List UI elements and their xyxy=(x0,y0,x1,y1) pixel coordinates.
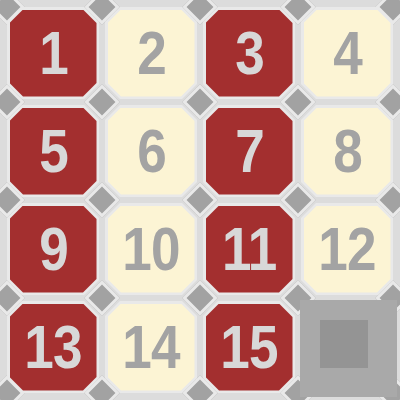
tile-2-number: 2 xyxy=(137,23,166,84)
tile-9[interactable]: 9 xyxy=(7,203,99,295)
tile-15-face: 15 xyxy=(206,304,293,391)
tile-6-face: 6 xyxy=(108,108,195,195)
tile-8-number: 8 xyxy=(333,121,362,182)
tile-8[interactable]: 8 xyxy=(301,105,393,197)
tile-6-number: 6 xyxy=(137,121,166,182)
tile-12-face: 12 xyxy=(304,206,391,293)
tile-6[interactable]: 6 xyxy=(105,105,197,197)
tile-4-number: 4 xyxy=(333,23,362,84)
empty-cell-inner-square xyxy=(320,320,368,368)
tile-12[interactable]: 12 xyxy=(301,203,393,295)
tile-4-face: 4 xyxy=(304,10,391,97)
tile-1-face: 1 xyxy=(10,10,97,97)
puzzle-board: 123456789101112131415 xyxy=(0,0,400,400)
tile-1-number: 1 xyxy=(39,23,68,84)
tile-13[interactable]: 13 xyxy=(7,301,99,393)
tile-15[interactable]: 15 xyxy=(203,301,295,393)
tile-10-number: 10 xyxy=(122,219,179,280)
tile-3-number: 3 xyxy=(235,23,264,84)
tile-14-face: 14 xyxy=(108,304,195,391)
tile-4[interactable]: 4 xyxy=(301,7,393,99)
tile-10-face: 10 xyxy=(108,206,195,293)
tile-14[interactable]: 14 xyxy=(105,301,197,393)
tile-1[interactable]: 1 xyxy=(7,7,99,99)
tile-10[interactable]: 10 xyxy=(105,203,197,295)
tile-11-number: 11 xyxy=(222,219,276,280)
tile-5-number: 5 xyxy=(39,121,68,182)
tile-3[interactable]: 3 xyxy=(203,7,295,99)
tile-8-face: 8 xyxy=(304,108,391,195)
tile-7[interactable]: 7 xyxy=(203,105,295,197)
tile-9-number: 9 xyxy=(39,219,68,280)
tile-15-number: 15 xyxy=(220,317,277,378)
tile-3-face: 3 xyxy=(206,10,293,97)
tile-5[interactable]: 5 xyxy=(7,105,99,197)
tile-12-number: 12 xyxy=(318,219,375,280)
tile-5-face: 5 xyxy=(10,108,97,195)
tile-11[interactable]: 11 xyxy=(203,203,295,295)
tile-13-face: 13 xyxy=(10,304,97,391)
tile-9-face: 9 xyxy=(10,206,97,293)
tile-13-number: 13 xyxy=(24,317,81,378)
tile-7-number: 7 xyxy=(235,121,264,182)
tile-2-face: 2 xyxy=(108,10,195,97)
tile-2[interactable]: 2 xyxy=(105,7,197,99)
tile-11-face: 11 xyxy=(206,206,293,293)
tile-7-face: 7 xyxy=(206,108,293,195)
tile-14-number: 14 xyxy=(122,317,179,378)
